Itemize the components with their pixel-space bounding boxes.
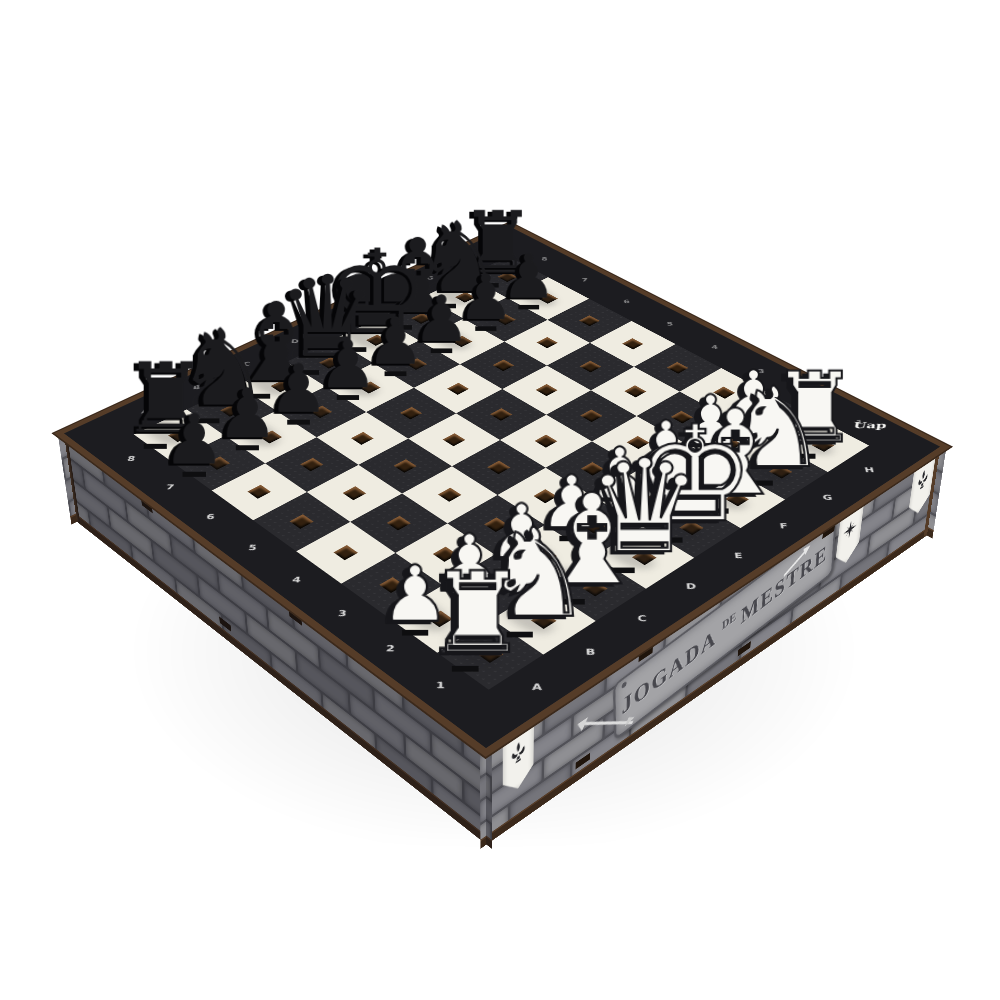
peg-hole bbox=[538, 293, 558, 303]
scene: Uap 88HH77GG66FF55EE44DD33CC22BB11AA ♜♞♝… bbox=[0, 0, 1000, 1000]
joint-slot bbox=[219, 616, 231, 631]
peg-hole bbox=[400, 406, 422, 419]
fleur-de-lis-icon bbox=[510, 736, 527, 770]
brick bbox=[132, 545, 177, 597]
brick bbox=[374, 690, 430, 753]
brick bbox=[58, 461, 64, 510]
chess-box: Uap 88HH77GG66FF55EE44DD33CC22BB11AA ♜♞♝… bbox=[64, 226, 941, 748]
brick bbox=[246, 614, 296, 671]
peg-hole bbox=[667, 362, 688, 374]
brick bbox=[198, 577, 246, 632]
piece-glyph: ♟ bbox=[161, 405, 228, 475]
brick bbox=[350, 694, 404, 755]
brick bbox=[271, 654, 321, 712]
peg-hole bbox=[493, 359, 514, 371]
peg-hole bbox=[497, 272, 517, 282]
brick bbox=[406, 736, 463, 800]
arrow-decoration bbox=[584, 721, 634, 725]
brick bbox=[109, 508, 153, 559]
brick bbox=[377, 736, 432, 798]
sign-word-de: DE bbox=[722, 610, 736, 633]
peg-hole bbox=[319, 357, 340, 369]
peg-hole bbox=[495, 314, 516, 325]
peg-hole bbox=[624, 385, 646, 397]
peg-hole bbox=[451, 335, 472, 346]
peg-hole bbox=[580, 360, 601, 372]
brick bbox=[152, 542, 198, 595]
brick bbox=[320, 649, 373, 709]
brick bbox=[89, 512, 132, 563]
brick bbox=[464, 782, 492, 848]
peg-hole bbox=[490, 408, 512, 421]
fleur-de-lis-icon bbox=[915, 466, 930, 495]
product-photo-page: Uap 88HH77GG66FF55EE44DD33CC22BB11AA ♜♞♝… bbox=[0, 0, 1000, 1000]
peg-hole bbox=[580, 409, 602, 422]
brick bbox=[58, 504, 70, 525]
brick bbox=[323, 694, 376, 754]
peg-hole bbox=[359, 381, 381, 393]
piece-glyph: ♜ bbox=[427, 558, 503, 670]
star-icon bbox=[842, 514, 858, 544]
peg-hole bbox=[537, 337, 558, 348]
peg-hole bbox=[536, 384, 558, 396]
brick bbox=[297, 653, 349, 712]
peg-hole bbox=[622, 338, 643, 349]
brick bbox=[176, 580, 223, 634]
peg-hole bbox=[411, 313, 432, 324]
peg-hole bbox=[366, 334, 387, 345]
brick bbox=[223, 616, 271, 672]
peg-hole bbox=[579, 315, 600, 326]
peg-hole bbox=[455, 292, 475, 302]
peg-hole bbox=[406, 358, 427, 370]
peg-hole bbox=[447, 382, 469, 394]
peg-hole bbox=[310, 405, 332, 417]
